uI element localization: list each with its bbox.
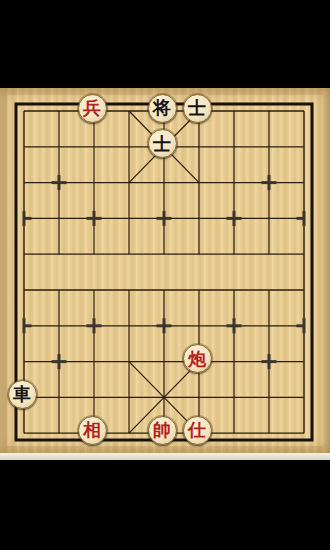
- piece-black-advisor[interactable]: 士: [148, 129, 177, 158]
- piece-black-advisor[interactable]: 士: [183, 94, 212, 123]
- xiangqi-board[interactable]: 兵将士士炮車相帥仕: [0, 88, 330, 453]
- app-background: 兵将士士炮車相帥仕: [0, 0, 330, 550]
- piece-red-soldier[interactable]: 兵: [78, 94, 107, 123]
- piece-red-general[interactable]: 帥: [148, 416, 177, 445]
- piece-red-advisor[interactable]: 仕: [183, 416, 212, 445]
- piece-red-cannon[interactable]: 炮: [183, 344, 212, 373]
- piece-red-elephant[interactable]: 相: [78, 416, 107, 445]
- piece-black-chariot[interactable]: 車: [8, 380, 37, 409]
- piece-black-general[interactable]: 将: [148, 94, 177, 123]
- pieces-layer: 兵将士士炮車相帥仕: [0, 88, 330, 453]
- board-bottom-edge: [0, 453, 330, 460]
